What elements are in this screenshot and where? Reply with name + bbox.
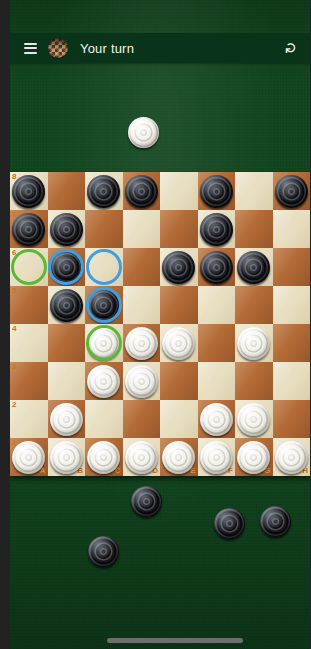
white-piece-c1[interactable] <box>87 441 120 474</box>
home-indicator-bar[interactable] <box>107 638 243 643</box>
black-piece-f8[interactable] <box>200 175 233 208</box>
blue-highlight-ring <box>86 249 122 285</box>
menu-icon[interactable] <box>24 43 37 54</box>
square-c7[interactable] <box>85 210 123 248</box>
white-piece-g2[interactable] <box>237 403 270 436</box>
green-highlight-ring <box>11 249 47 285</box>
captured-black-piece <box>214 508 245 539</box>
captured-black-piece <box>88 536 119 567</box>
black-piece-b6[interactable] <box>50 251 83 284</box>
square-f1[interactable]: F <box>198 438 236 476</box>
rank-label: 5 <box>12 287 16 295</box>
square-f4[interactable] <box>198 324 236 362</box>
white-piece-b2[interactable] <box>50 403 83 436</box>
square-d3[interactable] <box>123 362 161 400</box>
square-g6[interactable] <box>235 248 273 286</box>
rank-label: 2 <box>12 401 16 409</box>
square-h6[interactable] <box>273 248 311 286</box>
captured-black-piece <box>260 506 291 537</box>
white-piece-b1[interactable] <box>50 441 83 474</box>
black-piece-f6[interactable] <box>200 251 233 284</box>
square-h2[interactable] <box>273 400 311 438</box>
square-e4[interactable] <box>160 324 198 362</box>
square-e2[interactable] <box>160 400 198 438</box>
square-b3[interactable] <box>48 362 86 400</box>
white-piece-d4[interactable] <box>125 327 158 360</box>
square-c5[interactable] <box>85 286 123 324</box>
square-e6[interactable] <box>160 248 198 286</box>
square-c1[interactable]: C <box>85 438 123 476</box>
square-b8[interactable] <box>48 172 86 210</box>
phone-screen: Your turn ↻ 87654321ABCDEFGH <box>10 0 310 649</box>
square-f8[interactable] <box>198 172 236 210</box>
square-d5[interactable] <box>123 286 161 324</box>
rank-label: 6 <box>12 249 16 257</box>
square-e3[interactable] <box>160 362 198 400</box>
black-piece-c5[interactable] <box>87 289 120 322</box>
black-piece-e6[interactable] <box>162 251 195 284</box>
square-b1[interactable]: B <box>48 438 86 476</box>
black-piece-g6[interactable] <box>237 251 270 284</box>
black-piece-d8[interactable] <box>125 175 158 208</box>
square-h4[interactable] <box>273 324 311 362</box>
rank-label: 4 <box>12 325 16 333</box>
square-c2[interactable] <box>85 400 123 438</box>
square-d4[interactable] <box>123 324 161 362</box>
black-piece-c8[interactable] <box>87 175 120 208</box>
square-b5[interactable] <box>48 286 86 324</box>
square-e1[interactable]: E <box>160 438 198 476</box>
square-e5[interactable] <box>160 286 198 324</box>
square-g3[interactable] <box>235 362 273 400</box>
square-a2[interactable]: 2 <box>10 400 48 438</box>
square-h5[interactable] <box>273 286 311 324</box>
square-g7[interactable] <box>235 210 273 248</box>
square-b4[interactable] <box>48 324 86 362</box>
square-f2[interactable] <box>198 400 236 438</box>
white-piece-g1[interactable] <box>237 441 270 474</box>
square-d7[interactable] <box>123 210 161 248</box>
square-g8[interactable] <box>235 172 273 210</box>
square-a6[interactable]: 6 <box>10 248 48 286</box>
black-piece-b7[interactable] <box>50 213 83 246</box>
black-piece-f7[interactable] <box>200 213 233 246</box>
square-d8[interactable] <box>123 172 161 210</box>
checkers-app-logo-icon <box>48 38 68 58</box>
square-a7[interactable]: 7 <box>10 210 48 248</box>
white-piece-e1[interactable] <box>162 441 195 474</box>
white-piece-g4[interactable] <box>237 327 270 360</box>
square-h3[interactable] <box>273 362 311 400</box>
square-a4[interactable]: 4 <box>10 324 48 362</box>
square-a1[interactable]: 1A <box>10 438 48 476</box>
black-piece-a8[interactable] <box>12 175 45 208</box>
white-piece-d1[interactable] <box>125 441 158 474</box>
black-piece-a7[interactable] <box>12 213 45 246</box>
square-f5[interactable] <box>198 286 236 324</box>
square-f3[interactable] <box>198 362 236 400</box>
turn-status-text: Your turn <box>80 41 134 56</box>
restart-icon[interactable]: ↻ <box>282 39 300 57</box>
square-g4[interactable] <box>235 324 273 362</box>
square-a5[interactable]: 5 <box>10 286 48 324</box>
square-b6[interactable] <box>48 248 86 286</box>
square-c6[interactable] <box>85 248 123 286</box>
square-e8[interactable] <box>160 172 198 210</box>
square-d1[interactable]: D <box>123 438 161 476</box>
white-piece-c4[interactable] <box>87 327 120 360</box>
square-g1[interactable]: G <box>235 438 273 476</box>
captured-black-piece <box>131 486 162 517</box>
square-d6[interactable] <box>123 248 161 286</box>
square-f6[interactable] <box>198 248 236 286</box>
white-piece-f1[interactable] <box>200 441 233 474</box>
captured-white-piece <box>128 117 159 148</box>
square-c8[interactable] <box>85 172 123 210</box>
rank-label: 3 <box>12 363 16 371</box>
square-e7[interactable] <box>160 210 198 248</box>
white-piece-e4[interactable] <box>162 327 195 360</box>
square-a3[interactable]: 3 <box>10 362 48 400</box>
square-d2[interactable] <box>123 400 161 438</box>
square-h7[interactable] <box>273 210 311 248</box>
app-bar: Your turn ↻ <box>10 33 310 63</box>
white-piece-h1[interactable] <box>275 441 308 474</box>
square-h1[interactable]: H <box>273 438 311 476</box>
square-c3[interactable] <box>85 362 123 400</box>
square-g2[interactable] <box>235 400 273 438</box>
white-piece-f2[interactable] <box>200 403 233 436</box>
board: 87654321ABCDEFGH <box>10 172 310 476</box>
white-piece-c3[interactable] <box>87 365 120 398</box>
square-b7[interactable] <box>48 210 86 248</box>
black-piece-h8[interactable] <box>275 175 308 208</box>
white-piece-a1[interactable] <box>12 441 45 474</box>
square-h8[interactable] <box>273 172 311 210</box>
square-g5[interactable] <box>235 286 273 324</box>
black-piece-b5[interactable] <box>50 289 83 322</box>
square-f7[interactable] <box>198 210 236 248</box>
square-c4[interactable] <box>85 324 123 362</box>
square-b2[interactable] <box>48 400 86 438</box>
white-piece-d3[interactable] <box>125 365 158 398</box>
square-a8[interactable]: 8 <box>10 172 48 210</box>
